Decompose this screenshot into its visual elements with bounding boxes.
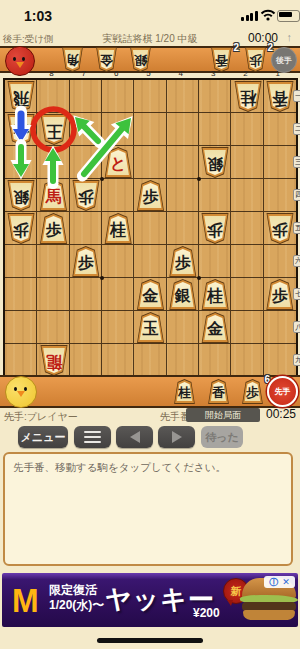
hand-piece-桂[interactable]: 桂 — [173, 379, 196, 404]
hand-piece-金[interactable]: 金 — [95, 47, 118, 72]
hand-piece-歩[interactable]: 歩6 — [241, 379, 264, 404]
instruction-text: 先手番、移動する駒をタップしてください。 — [13, 461, 283, 475]
shogi-piece-王[interactable]: 王 — [39, 114, 69, 145]
menu-button[interactable]: メニュー — [18, 426, 68, 448]
battery-icon — [277, 10, 300, 22]
shogi-piece-と[interactable]: と — [103, 147, 133, 178]
ad-line2: 1/20(水)〜 — [49, 597, 104, 614]
signal-strength-icon — [241, 11, 258, 21]
move-list-button[interactable] — [74, 426, 111, 448]
shogi-piece-金[interactable]: 金 — [6, 114, 36, 145]
shogi-piece-歩[interactable]: 歩 — [265, 279, 295, 310]
gote-timer: 00:00 — [248, 31, 278, 45]
shogi-piece-香[interactable]: 香 — [265, 81, 295, 112]
rank-label: 五 — [293, 222, 300, 234]
hand-piece-香[interactable]: 香2 — [210, 47, 233, 72]
rank-label: 九 — [293, 354, 300, 366]
rank-label: 二 — [293, 123, 300, 135]
message-box: 先手番、移動する駒をタップしてください。 — [3, 452, 293, 566]
hand-piece-角[interactable]: 角 — [61, 47, 84, 72]
ad-banner[interactable]: M 限定復活 1/20(水)〜 ヤッキー ¥200 新 ⓘ ✕ — [2, 573, 298, 627]
hand-piece-歩[interactable]: 歩2 — [244, 47, 267, 72]
gote-badge: 後手 — [271, 47, 297, 73]
shogi-board: 飛桂香金王と銀銀馬歩歩歩歩桂歩歩歩歩金銀桂歩玉金龍 — [3, 78, 298, 379]
shogi-piece-歩[interactable]: 歩 — [71, 180, 101, 211]
position-state-button[interactable]: 開始局面 — [186, 408, 260, 422]
sente-badge: 先手 — [267, 376, 298, 407]
sente-hand-pieces: 桂香歩6 — [173, 379, 264, 404]
shogi-piece-金[interactable]: 金 — [200, 312, 230, 343]
sente-avatar-chick — [5, 376, 37, 408]
shogi-piece-桂[interactable]: 桂 — [200, 279, 230, 310]
shogi-piece-歩[interactable]: 歩 — [39, 213, 69, 244]
rank-label: 四 — [293, 189, 300, 201]
ad-info-icon[interactable]: ⓘ — [269, 576, 278, 589]
shogi-piece-桂[interactable]: 桂 — [103, 213, 133, 244]
rank-label: 六 — [293, 255, 300, 267]
shogi-piece-歩[interactable]: 歩 — [265, 213, 295, 244]
home-indicator — [97, 638, 203, 643]
shogi-piece-歩[interactable]: 歩 — [6, 213, 36, 244]
shogi-piece-龍[interactable]: 龍 — [39, 345, 69, 376]
shogi-piece-歩[interactable]: 歩 — [200, 213, 230, 244]
hand-piece-count: 2 — [267, 42, 273, 53]
shogi-piece-銀[interactable]: 銀 — [6, 180, 36, 211]
ad-price: ¥200 — [193, 606, 220, 620]
left-triangle-icon — [130, 431, 140, 443]
mcdonalds-logo: M — [12, 578, 39, 622]
rank-label: 七 — [293, 288, 300, 300]
player-role-label: 先手:プレイヤー — [4, 410, 78, 424]
shogi-piece-歩[interactable]: 歩 — [71, 246, 101, 277]
right-triangle-icon — [172, 431, 182, 443]
up-arrow-icon: ↑ — [287, 31, 293, 43]
hand-piece-銀[interactable]: 銀 — [129, 47, 152, 72]
undo-button[interactable]: 待った — [201, 426, 243, 448]
sente-timer: 00:25 — [266, 407, 296, 421]
hand-piece-count: 2 — [233, 42, 239, 53]
gote-avatar-bird — [5, 46, 35, 76]
hand-piece-香[interactable]: 香 — [207, 379, 230, 404]
gote-hand-pieces: 角金銀香2歩2 — [61, 47, 267, 72]
shogi-piece-銀[interactable]: 銀 — [200, 147, 230, 178]
shogi-piece-銀[interactable]: 銀 — [168, 279, 198, 310]
rank-label: 三 — [293, 156, 300, 168]
rank-label: 一 — [293, 90, 300, 102]
shogi-piece-歩[interactable]: 歩 — [136, 180, 166, 211]
shogi-piece-玉[interactable]: 玉 — [136, 312, 166, 343]
wifi-icon — [260, 9, 276, 21]
forward-button[interactable] — [158, 426, 195, 448]
shogi-piece-飛[interactable]: 飛 — [6, 81, 36, 112]
clock-time: 1:03 — [24, 8, 52, 24]
shogi-piece-桂[interactable]: 桂 — [233, 81, 263, 112]
rank-label: 八 — [293, 321, 300, 333]
ad-close-icon[interactable]: ✕ — [282, 577, 290, 587]
shogi-piece-馬[interactable]: 馬 — [39, 180, 69, 211]
status-bar: 1:03 — [0, 0, 300, 30]
shogi-piece-歩[interactable]: 歩 — [168, 246, 198, 277]
back-button[interactable] — [116, 426, 153, 448]
shogi-piece-金[interactable]: 金 — [136, 279, 166, 310]
